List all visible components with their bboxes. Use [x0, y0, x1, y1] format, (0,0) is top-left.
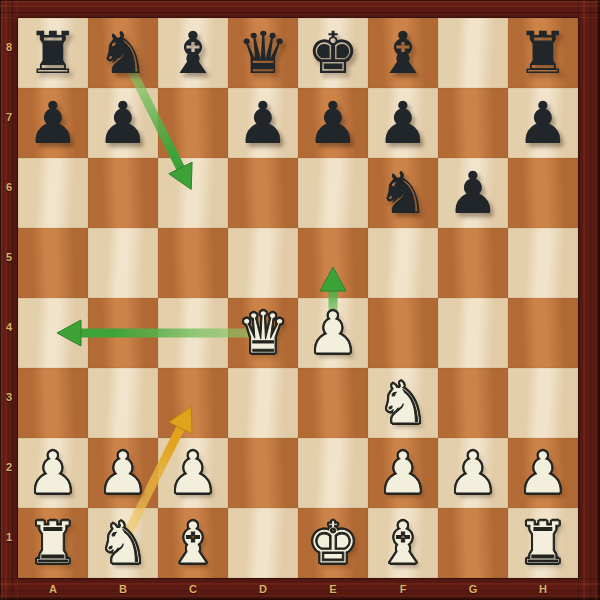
rank-label-4: 4	[0, 320, 18, 334]
rank-label-8: 8	[0, 40, 18, 54]
file-label-g: G	[438, 579, 508, 599]
square-a3[interactable]	[18, 368, 88, 438]
square-e3[interactable]	[298, 368, 368, 438]
frame-left-edge	[0, 0, 18, 600]
piece-black-pawn-a7[interactable]: ♟	[18, 88, 88, 158]
square-b6[interactable]	[88, 158, 158, 228]
piece-black-rook-h8[interactable]: ♜	[508, 18, 578, 88]
square-h5[interactable]	[508, 228, 578, 298]
square-b7[interactable]: ♟	[88, 88, 158, 158]
square-h2[interactable]: ♟	[508, 438, 578, 508]
file-label-f: F	[368, 579, 438, 599]
square-c4[interactable]	[158, 298, 228, 368]
piece-white-pawn-f2[interactable]: ♟	[368, 438, 438, 508]
square-g1[interactable]	[438, 508, 508, 578]
square-b5[interactable]	[88, 228, 158, 298]
square-g5[interactable]	[438, 228, 508, 298]
square-e8[interactable]: ♚	[298, 18, 368, 88]
piece-black-pawn-d7[interactable]: ♟	[228, 88, 298, 158]
square-f6[interactable]: ♞	[368, 158, 438, 228]
chessboard-screenshot: ♜♞♝♛♚♝♜♟♟♟♟♟♟♞♟♛♟♞♟♟♟♟♟♟♜♞♝♚♝♜ 87654321A…	[0, 0, 600, 600]
piece-black-knight-b8[interactable]: ♞	[88, 18, 158, 88]
rank-label-6: 6	[0, 180, 18, 194]
piece-black-bishop-c8[interactable]: ♝	[158, 18, 228, 88]
square-d2[interactable]	[228, 438, 298, 508]
square-a1[interactable]: ♜	[18, 508, 88, 578]
square-d3[interactable]	[228, 368, 298, 438]
square-f8[interactable]: ♝	[368, 18, 438, 88]
square-d8[interactable]: ♛	[228, 18, 298, 88]
square-a4[interactable]	[18, 298, 88, 368]
piece-black-pawn-e7[interactable]: ♟	[298, 88, 368, 158]
piece-white-pawn-c2[interactable]: ♟	[158, 438, 228, 508]
square-e7[interactable]: ♟	[298, 88, 368, 158]
square-e6[interactable]	[298, 158, 368, 228]
square-c7[interactable]	[158, 88, 228, 158]
square-e2[interactable]	[298, 438, 368, 508]
square-h3[interactable]	[508, 368, 578, 438]
frame-top-edge	[0, 0, 600, 18]
frame-right-edge	[578, 0, 600, 600]
square-d5[interactable]	[228, 228, 298, 298]
square-g3[interactable]	[438, 368, 508, 438]
square-f2[interactable]: ♟	[368, 438, 438, 508]
square-c1[interactable]: ♝	[158, 508, 228, 578]
piece-white-rook-a1[interactable]: ♜	[18, 508, 88, 578]
square-f5[interactable]	[368, 228, 438, 298]
square-e4[interactable]: ♟	[298, 298, 368, 368]
square-g7[interactable]	[438, 88, 508, 158]
chess-board: ♜♞♝♛♚♝♜♟♟♟♟♟♟♞♟♛♟♞♟♟♟♟♟♟♜♞♝♚♝♜	[18, 18, 578, 578]
file-label-b: B	[88, 579, 158, 599]
piece-black-pawn-b7[interactable]: ♟	[88, 88, 158, 158]
square-b2[interactable]: ♟	[88, 438, 158, 508]
file-label-h: H	[508, 579, 578, 599]
file-label-e: E	[298, 579, 368, 599]
square-h7[interactable]: ♟	[508, 88, 578, 158]
piece-white-king-e1[interactable]: ♚	[298, 508, 368, 578]
square-g2[interactable]: ♟	[438, 438, 508, 508]
piece-black-king-e8[interactable]: ♚	[298, 18, 368, 88]
piece-white-pawn-g2[interactable]: ♟	[438, 438, 508, 508]
square-f7[interactable]: ♟	[368, 88, 438, 158]
square-h6[interactable]	[508, 158, 578, 228]
square-a8[interactable]: ♜	[18, 18, 88, 88]
piece-white-bishop-f1[interactable]: ♝	[368, 508, 438, 578]
piece-white-knight-b1[interactable]: ♞	[88, 508, 158, 578]
square-a2[interactable]: ♟	[18, 438, 88, 508]
square-a7[interactable]: ♟	[18, 88, 88, 158]
file-label-a: A	[18, 579, 88, 599]
square-f1[interactable]: ♝	[368, 508, 438, 578]
square-b8[interactable]: ♞	[88, 18, 158, 88]
square-f4[interactable]	[368, 298, 438, 368]
square-g4[interactable]	[438, 298, 508, 368]
piece-white-knight-f3[interactable]: ♞	[368, 368, 438, 438]
square-e5[interactable]	[298, 228, 368, 298]
piece-white-pawn-a2[interactable]: ♟	[18, 438, 88, 508]
square-a5[interactable]	[18, 228, 88, 298]
square-h1[interactable]: ♜	[508, 508, 578, 578]
piece-black-pawn-f7[interactable]: ♟	[368, 88, 438, 158]
piece-white-pawn-b2[interactable]: ♟	[88, 438, 158, 508]
square-d4[interactable]: ♛	[228, 298, 298, 368]
piece-white-pawn-e4[interactable]: ♟	[298, 298, 368, 368]
piece-white-bishop-c1[interactable]: ♝	[158, 508, 228, 578]
square-b3[interactable]	[88, 368, 158, 438]
piece-white-rook-h1[interactable]: ♜	[508, 508, 578, 578]
square-d1[interactable]	[228, 508, 298, 578]
square-f3[interactable]: ♞	[368, 368, 438, 438]
piece-black-knight-f6[interactable]: ♞	[368, 158, 438, 228]
piece-white-pawn-h2[interactable]: ♟	[508, 438, 578, 508]
piece-black-pawn-g6[interactable]: ♟	[438, 158, 508, 228]
square-c5[interactable]	[158, 228, 228, 298]
square-a6[interactable]	[18, 158, 88, 228]
square-c6[interactable]	[158, 158, 228, 228]
square-b1[interactable]: ♞	[88, 508, 158, 578]
file-label-d: D	[228, 579, 298, 599]
rank-label-1: 1	[0, 530, 18, 544]
square-h8[interactable]: ♜	[508, 18, 578, 88]
square-g8[interactable]	[438, 18, 508, 88]
piece-black-rook-a8[interactable]: ♜	[18, 18, 88, 88]
square-b4[interactable]	[88, 298, 158, 368]
piece-black-pawn-h7[interactable]: ♟	[508, 88, 578, 158]
piece-white-queen-d4[interactable]: ♛	[228, 298, 298, 368]
rank-label-3: 3	[0, 390, 18, 404]
rank-label-5: 5	[0, 250, 18, 264]
square-e1[interactable]: ♚	[298, 508, 368, 578]
square-c3[interactable]	[158, 368, 228, 438]
piece-black-bishop-f8[interactable]: ♝	[368, 18, 438, 88]
piece-black-queen-d8[interactable]: ♛	[228, 18, 298, 88]
square-c2[interactable]: ♟	[158, 438, 228, 508]
rank-label-7: 7	[0, 110, 18, 124]
rank-label-2: 2	[0, 460, 18, 474]
square-h4[interactable]	[508, 298, 578, 368]
square-g6[interactable]: ♟	[438, 158, 508, 228]
file-label-c: C	[158, 579, 228, 599]
square-d7[interactable]: ♟	[228, 88, 298, 158]
square-d6[interactable]	[228, 158, 298, 228]
square-c8[interactable]: ♝	[158, 18, 228, 88]
